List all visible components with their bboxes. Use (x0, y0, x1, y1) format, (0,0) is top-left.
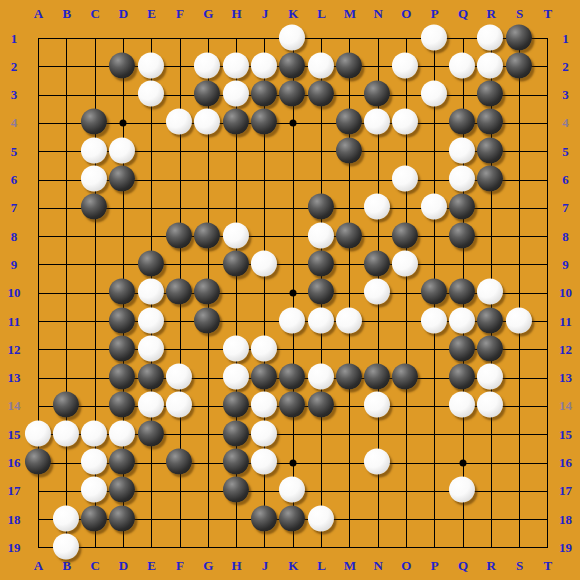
intersection-A9[interactable] (25, 251, 53, 279)
intersection-K18[interactable] (279, 506, 307, 534)
intersection-E17[interactable] (138, 477, 166, 505)
intersection-S5[interactable] (506, 138, 534, 166)
intersection-C16[interactable] (81, 449, 109, 477)
intersection-D19[interactable] (109, 534, 137, 562)
intersection-O9[interactable] (392, 251, 420, 279)
intersection-B19[interactable] (53, 534, 81, 562)
intersection-J3[interactable] (251, 81, 279, 109)
intersection-O19[interactable] (392, 534, 420, 562)
intersection-R16[interactable] (477, 449, 505, 477)
intersection-J9[interactable] (251, 251, 279, 279)
intersection-R4[interactable] (477, 109, 505, 137)
intersection-K3[interactable] (279, 81, 307, 109)
intersection-F19[interactable] (166, 534, 194, 562)
intersection-B13[interactable] (53, 364, 81, 392)
intersection-M10[interactable] (336, 279, 364, 307)
intersection-D6[interactable] (109, 166, 137, 194)
intersection-L4[interactable] (308, 109, 336, 137)
intersection-M3[interactable] (336, 81, 364, 109)
intersection-H17[interactable] (223, 477, 251, 505)
intersection-D10[interactable] (109, 279, 137, 307)
intersection-N7[interactable] (364, 194, 392, 222)
intersection-J1[interactable] (251, 25, 279, 53)
intersection-K19[interactable] (279, 534, 307, 562)
intersection-J12[interactable] (251, 336, 279, 364)
intersection-B17[interactable] (53, 477, 81, 505)
intersection-F15[interactable] (166, 421, 194, 449)
intersection-R19[interactable] (477, 534, 505, 562)
intersection-L11[interactable] (308, 308, 336, 336)
intersection-K4[interactable] (279, 109, 307, 137)
intersection-J2[interactable] (251, 53, 279, 81)
intersection-T9[interactable] (534, 251, 562, 279)
intersection-G7[interactable] (194, 194, 222, 222)
intersection-J16[interactable] (251, 449, 279, 477)
intersection-Q12[interactable] (449, 336, 477, 364)
intersection-P13[interactable] (421, 364, 449, 392)
intersection-D3[interactable] (109, 81, 137, 109)
intersection-F11[interactable] (166, 308, 194, 336)
intersection-T13[interactable] (534, 364, 562, 392)
intersection-C14[interactable] (81, 392, 109, 420)
intersection-O5[interactable] (392, 138, 420, 166)
intersection-B9[interactable] (53, 251, 81, 279)
intersection-E3[interactable] (138, 81, 166, 109)
intersection-S13[interactable] (506, 364, 534, 392)
intersection-C4[interactable] (81, 109, 109, 137)
intersection-P9[interactable] (421, 251, 449, 279)
intersection-N1[interactable] (364, 25, 392, 53)
intersection-A17[interactable] (25, 477, 53, 505)
intersection-A19[interactable] (25, 534, 53, 562)
intersection-Q11[interactable] (449, 308, 477, 336)
intersection-E15[interactable] (138, 421, 166, 449)
intersection-H15[interactable] (223, 421, 251, 449)
intersection-M2[interactable] (336, 53, 364, 81)
intersection-N19[interactable] (364, 534, 392, 562)
intersection-F13[interactable] (166, 364, 194, 392)
intersection-N3[interactable] (364, 81, 392, 109)
intersection-B14[interactable] (53, 392, 81, 420)
intersection-N6[interactable] (364, 166, 392, 194)
intersection-O1[interactable] (392, 25, 420, 53)
intersection-J8[interactable] (251, 223, 279, 251)
intersection-M16[interactable] (336, 449, 364, 477)
intersection-S4[interactable] (506, 109, 534, 137)
intersection-C6[interactable] (81, 166, 109, 194)
intersection-L15[interactable] (308, 421, 336, 449)
intersection-T16[interactable] (534, 449, 562, 477)
intersection-G12[interactable] (194, 336, 222, 364)
intersection-J18[interactable] (251, 506, 279, 534)
intersection-A6[interactable] (25, 166, 53, 194)
intersection-F7[interactable] (166, 194, 194, 222)
intersection-L14[interactable] (308, 392, 336, 420)
intersection-E9[interactable] (138, 251, 166, 279)
intersection-B16[interactable] (53, 449, 81, 477)
intersection-R15[interactable] (477, 421, 505, 449)
intersection-T19[interactable] (534, 534, 562, 562)
intersection-E18[interactable] (138, 506, 166, 534)
intersection-Q5[interactable] (449, 138, 477, 166)
intersection-L16[interactable] (308, 449, 336, 477)
intersection-L7[interactable] (308, 194, 336, 222)
intersection-T8[interactable] (534, 223, 562, 251)
intersection-O15[interactable] (392, 421, 420, 449)
intersection-H12[interactable] (223, 336, 251, 364)
intersection-J4[interactable] (251, 109, 279, 137)
intersection-T17[interactable] (534, 477, 562, 505)
intersection-R3[interactable] (477, 81, 505, 109)
intersection-N5[interactable] (364, 138, 392, 166)
intersection-L2[interactable] (308, 53, 336, 81)
intersection-J14[interactable] (251, 392, 279, 420)
intersection-G3[interactable] (194, 81, 222, 109)
intersection-J11[interactable] (251, 308, 279, 336)
intersection-A8[interactable] (25, 223, 53, 251)
intersection-G9[interactable] (194, 251, 222, 279)
intersection-B1[interactable] (53, 25, 81, 53)
intersection-B8[interactable] (53, 223, 81, 251)
intersection-F9[interactable] (166, 251, 194, 279)
intersection-K15[interactable] (279, 421, 307, 449)
intersection-C2[interactable] (81, 53, 109, 81)
intersection-T12[interactable] (534, 336, 562, 364)
intersection-S11[interactable] (506, 308, 534, 336)
intersection-J7[interactable] (251, 194, 279, 222)
intersection-N8[interactable] (364, 223, 392, 251)
intersection-T14[interactable] (534, 392, 562, 420)
intersection-L18[interactable] (308, 506, 336, 534)
intersection-Q10[interactable] (449, 279, 477, 307)
intersection-S12[interactable] (506, 336, 534, 364)
intersection-C18[interactable] (81, 506, 109, 534)
intersection-R17[interactable] (477, 477, 505, 505)
intersection-K11[interactable] (279, 308, 307, 336)
intersection-D8[interactable] (109, 223, 137, 251)
intersection-K14[interactable] (279, 392, 307, 420)
intersection-C9[interactable] (81, 251, 109, 279)
intersection-M12[interactable] (336, 336, 364, 364)
intersection-C3[interactable] (81, 81, 109, 109)
intersection-T7[interactable] (534, 194, 562, 222)
intersection-G17[interactable] (194, 477, 222, 505)
intersection-H2[interactable] (223, 53, 251, 81)
intersection-J17[interactable] (251, 477, 279, 505)
intersection-S2[interactable] (506, 53, 534, 81)
intersection-Q3[interactable] (449, 81, 477, 109)
intersection-L8[interactable] (308, 223, 336, 251)
intersection-O10[interactable] (392, 279, 420, 307)
intersection-B11[interactable] (53, 308, 81, 336)
intersection-R7[interactable] (477, 194, 505, 222)
intersection-G16[interactable] (194, 449, 222, 477)
intersection-O7[interactable] (392, 194, 420, 222)
intersection-T6[interactable] (534, 166, 562, 194)
intersection-H9[interactable] (223, 251, 251, 279)
intersection-A11[interactable] (25, 308, 53, 336)
intersection-M6[interactable] (336, 166, 364, 194)
intersection-P18[interactable] (421, 506, 449, 534)
intersection-Q4[interactable] (449, 109, 477, 137)
intersection-A14[interactable] (25, 392, 53, 420)
intersection-O14[interactable] (392, 392, 420, 420)
intersection-B6[interactable] (53, 166, 81, 194)
intersection-R12[interactable] (477, 336, 505, 364)
intersection-H11[interactable] (223, 308, 251, 336)
intersection-Q1[interactable] (449, 25, 477, 53)
intersection-B2[interactable] (53, 53, 81, 81)
intersection-E8[interactable] (138, 223, 166, 251)
intersection-H3[interactable] (223, 81, 251, 109)
intersection-G2[interactable] (194, 53, 222, 81)
intersection-E12[interactable] (138, 336, 166, 364)
intersection-H19[interactable] (223, 534, 251, 562)
intersection-S9[interactable] (506, 251, 534, 279)
intersection-A15[interactable] (25, 421, 53, 449)
intersection-N13[interactable] (364, 364, 392, 392)
intersection-L1[interactable] (308, 25, 336, 53)
intersection-J5[interactable] (251, 138, 279, 166)
intersection-D15[interactable] (109, 421, 137, 449)
intersection-F5[interactable] (166, 138, 194, 166)
intersection-R13[interactable] (477, 364, 505, 392)
intersection-P6[interactable] (421, 166, 449, 194)
intersection-E19[interactable] (138, 534, 166, 562)
intersection-O17[interactable] (392, 477, 420, 505)
intersection-H13[interactable] (223, 364, 251, 392)
intersection-K12[interactable] (279, 336, 307, 364)
intersection-R2[interactable] (477, 53, 505, 81)
intersection-S19[interactable] (506, 534, 534, 562)
intersection-C19[interactable] (81, 534, 109, 562)
intersection-K9[interactable] (279, 251, 307, 279)
intersection-T10[interactable] (534, 279, 562, 307)
intersection-F1[interactable] (166, 25, 194, 53)
intersection-L13[interactable] (308, 364, 336, 392)
intersection-Q6[interactable] (449, 166, 477, 194)
intersection-C5[interactable] (81, 138, 109, 166)
intersection-M11[interactable] (336, 308, 364, 336)
intersection-S18[interactable] (506, 506, 534, 534)
intersection-A12[interactable] (25, 336, 53, 364)
intersection-L12[interactable] (308, 336, 336, 364)
intersection-C10[interactable] (81, 279, 109, 307)
intersection-F10[interactable] (166, 279, 194, 307)
intersection-T3[interactable] (534, 81, 562, 109)
intersection-P2[interactable] (421, 53, 449, 81)
intersection-E5[interactable] (138, 138, 166, 166)
intersection-G18[interactable] (194, 506, 222, 534)
intersection-H4[interactable] (223, 109, 251, 137)
intersection-B3[interactable] (53, 81, 81, 109)
intersection-G4[interactable] (194, 109, 222, 137)
intersection-K6[interactable] (279, 166, 307, 194)
intersection-D12[interactable] (109, 336, 137, 364)
intersection-L17[interactable] (308, 477, 336, 505)
intersection-T5[interactable] (534, 138, 562, 166)
intersection-R8[interactable] (477, 223, 505, 251)
intersection-N15[interactable] (364, 421, 392, 449)
intersection-J19[interactable] (251, 534, 279, 562)
intersection-T18[interactable] (534, 506, 562, 534)
intersection-P15[interactable] (421, 421, 449, 449)
intersection-A1[interactable] (25, 25, 53, 53)
intersection-G1[interactable] (194, 25, 222, 53)
intersection-F4[interactable] (166, 109, 194, 137)
intersection-K1[interactable] (279, 25, 307, 53)
intersection-Q14[interactable] (449, 392, 477, 420)
intersection-M1[interactable] (336, 25, 364, 53)
intersection-R5[interactable] (477, 138, 505, 166)
intersection-E6[interactable] (138, 166, 166, 194)
intersection-N16[interactable] (364, 449, 392, 477)
intersection-O3[interactable] (392, 81, 420, 109)
intersection-A5[interactable] (25, 138, 53, 166)
intersection-F8[interactable] (166, 223, 194, 251)
intersection-E7[interactable] (138, 194, 166, 222)
intersection-S7[interactable] (506, 194, 534, 222)
intersection-D9[interactable] (109, 251, 137, 279)
intersection-G6[interactable] (194, 166, 222, 194)
intersection-D5[interactable] (109, 138, 137, 166)
intersection-E11[interactable] (138, 308, 166, 336)
intersection-S14[interactable] (506, 392, 534, 420)
intersection-G10[interactable] (194, 279, 222, 307)
intersection-Q17[interactable] (449, 477, 477, 505)
intersection-H14[interactable] (223, 392, 251, 420)
intersection-T2[interactable] (534, 53, 562, 81)
intersection-R14[interactable] (477, 392, 505, 420)
intersection-P10[interactable] (421, 279, 449, 307)
intersection-D17[interactable] (109, 477, 137, 505)
intersection-A18[interactable] (25, 506, 53, 534)
intersection-K13[interactable] (279, 364, 307, 392)
intersection-F12[interactable] (166, 336, 194, 364)
intersection-Q8[interactable] (449, 223, 477, 251)
intersection-G19[interactable] (194, 534, 222, 562)
intersection-A16[interactable] (25, 449, 53, 477)
intersection-M17[interactable] (336, 477, 364, 505)
intersection-H5[interactable] (223, 138, 251, 166)
intersection-P4[interactable] (421, 109, 449, 137)
intersection-E14[interactable] (138, 392, 166, 420)
intersection-P12[interactable] (421, 336, 449, 364)
intersection-C11[interactable] (81, 308, 109, 336)
intersection-O16[interactable] (392, 449, 420, 477)
intersection-C15[interactable] (81, 421, 109, 449)
intersection-E10[interactable] (138, 279, 166, 307)
intersection-G14[interactable] (194, 392, 222, 420)
intersection-P8[interactable] (421, 223, 449, 251)
intersection-L6[interactable] (308, 166, 336, 194)
intersection-N14[interactable] (364, 392, 392, 420)
intersection-T11[interactable] (534, 308, 562, 336)
intersection-N9[interactable] (364, 251, 392, 279)
intersection-H1[interactable] (223, 25, 251, 53)
intersection-S6[interactable] (506, 166, 534, 194)
intersection-B7[interactable] (53, 194, 81, 222)
intersection-D1[interactable] (109, 25, 137, 53)
intersection-Q18[interactable] (449, 506, 477, 534)
intersection-S3[interactable] (506, 81, 534, 109)
intersection-A10[interactable] (25, 279, 53, 307)
intersection-S1[interactable] (506, 25, 534, 53)
intersection-O6[interactable] (392, 166, 420, 194)
intersection-H18[interactable] (223, 506, 251, 534)
intersection-T1[interactable] (534, 25, 562, 53)
intersection-C12[interactable] (81, 336, 109, 364)
intersection-F3[interactable] (166, 81, 194, 109)
intersection-O12[interactable] (392, 336, 420, 364)
intersection-T4[interactable] (534, 109, 562, 137)
intersection-C13[interactable] (81, 364, 109, 392)
intersection-R6[interactable] (477, 166, 505, 194)
intersection-R18[interactable] (477, 506, 505, 534)
intersection-L9[interactable] (308, 251, 336, 279)
intersection-R1[interactable] (477, 25, 505, 53)
intersection-L3[interactable] (308, 81, 336, 109)
intersection-M8[interactable] (336, 223, 364, 251)
intersection-G13[interactable] (194, 364, 222, 392)
intersection-F18[interactable] (166, 506, 194, 534)
intersection-A3[interactable] (25, 81, 53, 109)
intersection-E4[interactable] (138, 109, 166, 137)
intersection-M4[interactable] (336, 109, 364, 137)
intersection-R11[interactable] (477, 308, 505, 336)
intersection-E2[interactable] (138, 53, 166, 81)
intersection-C8[interactable] (81, 223, 109, 251)
intersection-G8[interactable] (194, 223, 222, 251)
intersection-Q13[interactable] (449, 364, 477, 392)
intersection-O11[interactable] (392, 308, 420, 336)
intersection-D11[interactable] (109, 308, 137, 336)
intersection-M7[interactable] (336, 194, 364, 222)
intersection-G5[interactable] (194, 138, 222, 166)
intersection-E1[interactable] (138, 25, 166, 53)
intersection-P17[interactable] (421, 477, 449, 505)
intersection-J6[interactable] (251, 166, 279, 194)
intersection-S10[interactable] (506, 279, 534, 307)
intersection-P19[interactable] (421, 534, 449, 562)
intersection-S16[interactable] (506, 449, 534, 477)
intersection-H8[interactable] (223, 223, 251, 251)
intersection-O8[interactable] (392, 223, 420, 251)
intersection-Q15[interactable] (449, 421, 477, 449)
intersection-R9[interactable] (477, 251, 505, 279)
intersection-H16[interactable] (223, 449, 251, 477)
intersection-G15[interactable] (194, 421, 222, 449)
intersection-K17[interactable] (279, 477, 307, 505)
intersection-O13[interactable] (392, 364, 420, 392)
intersection-J10[interactable] (251, 279, 279, 307)
intersection-Q9[interactable] (449, 251, 477, 279)
intersection-Q19[interactable] (449, 534, 477, 562)
intersection-E16[interactable] (138, 449, 166, 477)
intersection-B18[interactable] (53, 506, 81, 534)
intersection-Q16[interactable] (449, 449, 477, 477)
intersection-P16[interactable] (421, 449, 449, 477)
intersection-K2[interactable] (279, 53, 307, 81)
intersection-P7[interactable] (421, 194, 449, 222)
intersection-M14[interactable] (336, 392, 364, 420)
intersection-F14[interactable] (166, 392, 194, 420)
intersection-F16[interactable] (166, 449, 194, 477)
intersection-C1[interactable] (81, 25, 109, 53)
intersection-E13[interactable] (138, 364, 166, 392)
intersection-A2[interactable] (25, 53, 53, 81)
intersection-H10[interactable] (223, 279, 251, 307)
